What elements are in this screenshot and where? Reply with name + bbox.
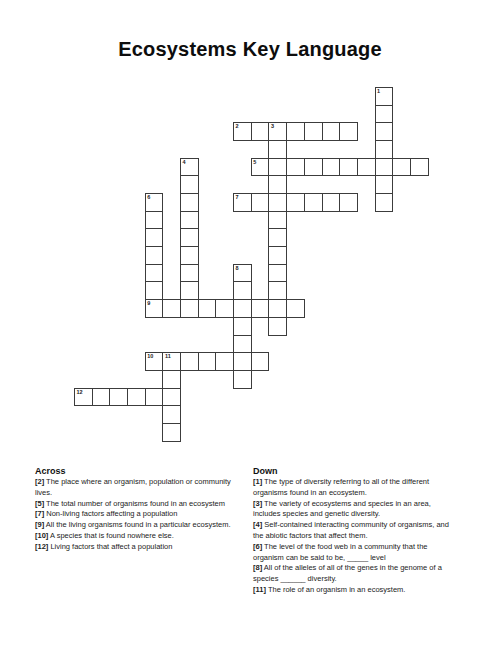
grid-cell-r8c4[interactable]: [145, 228, 164, 247]
clue-number-label: [9]: [35, 520, 44, 529]
grid-cell-r10c6[interactable]: [180, 264, 199, 283]
grid-cell-r7c11[interactable]: [268, 211, 287, 230]
grid-cell-r16c5[interactable]: [162, 370, 181, 389]
clue-across-12: [12] Living factors that affect a popula…: [35, 542, 247, 553]
grid-cell-r6c12[interactable]: [286, 193, 305, 212]
grid-cell-r18c5[interactable]: [162, 405, 181, 424]
grid-cell-r2c15[interactable]: [339, 122, 358, 141]
clue-number: 7: [236, 195, 239, 201]
grid-cell-r0c17[interactable]: 1: [375, 87, 394, 106]
across-clue-list: [2] The place where an organism, populat…: [35, 477, 247, 553]
grid-cell-r8c6[interactable]: [180, 228, 199, 247]
grid-cell-r12c5[interactable]: [162, 299, 181, 318]
grid-cell-r12c4[interactable]: 9: [145, 299, 164, 318]
clue-number: 11: [165, 354, 171, 360]
grid-cell-r11c11[interactable]: [268, 281, 287, 300]
clue-number-label: [8]: [253, 563, 262, 572]
clue-down-8: [8] All of the alleles of all of the gen…: [253, 563, 477, 585]
down-clue-list: [1] The type of diversity referring to a…: [253, 477, 477, 596]
puzzle-title: Ecosystems Key Language: [0, 39, 500, 60]
grid-cell-r15c7[interactable]: [198, 352, 217, 371]
grid-cell-r4c16[interactable]: [357, 158, 376, 177]
grid-cell-r6c15[interactable]: [339, 193, 358, 212]
clue-across-2: [2] The place where an organism, populat…: [35, 477, 247, 499]
clue-number: 3: [271, 124, 274, 130]
grid-cell-r12c8[interactable]: [215, 299, 234, 318]
grid-cell-r2c12[interactable]: [286, 122, 305, 141]
clue-down-3: [3] The variety of ecosystems and specie…: [253, 499, 477, 521]
grid-cell-r1c17[interactable]: [375, 105, 394, 124]
grid-cell-r3c17[interactable]: [375, 140, 394, 159]
clue-number-label: [5]: [35, 499, 44, 508]
grid-cell-r2c13[interactable]: [304, 122, 323, 141]
grid-cell-r5c6[interactable]: [180, 175, 199, 194]
down-clues-section: Down [1] The type of diversity referring…: [253, 465, 477, 596]
grid-cell-r4c11[interactable]: [268, 158, 287, 177]
grid-cell-r2c17[interactable]: [375, 122, 394, 141]
grid-cell-r13c9[interactable]: [233, 317, 252, 336]
grid-cell-r12c7[interactable]: [198, 299, 217, 318]
grid-cell-r12c10[interactable]: [251, 299, 270, 318]
clue-number-label: [1]: [253, 477, 262, 486]
grid-cell-r6c6[interactable]: [180, 193, 199, 212]
clue-number-label: [7]: [35, 509, 44, 518]
clue-number: 12: [77, 390, 83, 396]
grid-cell-r12c12[interactable]: [286, 299, 305, 318]
grid-cell-r7c4[interactable]: [145, 211, 164, 230]
grid-cell-r6c9[interactable]: 7: [233, 193, 252, 212]
grid-cell-r13c11[interactable]: [268, 317, 287, 336]
clue-number-label: [2]: [35, 477, 44, 486]
across-clues-section: Across [2] The place where an organism, …: [35, 465, 247, 553]
grid-cell-r12c11[interactable]: [268, 299, 287, 318]
grid-cell-r6c17[interactable]: [375, 193, 394, 212]
grid-cell-r15c10[interactable]: [251, 352, 270, 371]
clue-number-label: [11]: [253, 585, 266, 594]
grid-cell-r4c10[interactable]: 5: [251, 158, 270, 177]
grid-cell-r4c18[interactable]: [392, 158, 411, 177]
grid-cell-r10c4[interactable]: [145, 264, 164, 283]
clue-down-4: [4] Self-contained interacting community…: [253, 520, 477, 542]
clue-across-9: [9] All the living organisms found in a …: [35, 520, 247, 531]
grid-cell-r11c4[interactable]: [145, 281, 164, 300]
crossword-grid: 123456789101112: [74, 87, 429, 442]
grid-cell-r6c10[interactable]: [251, 193, 270, 212]
clue-number: 9: [147, 301, 150, 307]
clue-down-11: [11] The role of an organism in an ecosy…: [253, 585, 477, 596]
grid-cell-r10c9[interactable]: 8: [233, 264, 252, 283]
grid-cell-r4c12[interactable]: [286, 158, 305, 177]
grid-cell-r15c4[interactable]: 10: [145, 352, 164, 371]
grid-cell-r15c5[interactable]: 11: [162, 352, 181, 371]
grid-cell-r6c13[interactable]: [304, 193, 323, 212]
grid-cell-r12c6[interactable]: [180, 299, 199, 318]
clue-number-label: [3]: [253, 499, 262, 508]
clue-number-label: [10]: [35, 531, 48, 540]
clue-number: 2: [236, 124, 239, 130]
clue-number: 6: [147, 195, 150, 201]
grid-cell-r2c14[interactable]: [322, 122, 341, 141]
clue-number: 8: [236, 266, 239, 272]
grid-cell-r5c11[interactable]: [268, 175, 287, 194]
grid-cell-r12c9[interactable]: [233, 299, 252, 318]
grid-cell-r11c9[interactable]: [233, 281, 252, 300]
grid-cell-r5c17[interactable]: [375, 175, 394, 194]
clue-down-1: [1] The type of diversity referring to a…: [253, 477, 477, 499]
grid-cell-r17c5[interactable]: [162, 388, 181, 407]
grid-cell-r15c9[interactable]: [233, 352, 252, 371]
grid-cell-r6c4[interactable]: 6: [145, 193, 164, 212]
grid-cell-r10c11[interactable]: [268, 264, 287, 283]
grid-cell-r4c19[interactable]: [410, 158, 429, 177]
clue-number: 5: [253, 160, 256, 166]
clue-number-label: [12]: [35, 542, 48, 551]
grid-cell-r9c4[interactable]: [145, 246, 164, 265]
clue-number-label: [4]: [253, 520, 262, 529]
clue-number: 4: [183, 160, 186, 166]
down-header: Down: [253, 465, 477, 477]
grid-cell-r15c8[interactable]: [215, 352, 234, 371]
grid-cell-r2c10[interactable]: [251, 122, 270, 141]
grid-cell-r4c17[interactable]: [375, 158, 394, 177]
grid-cell-r7c6[interactable]: [180, 211, 199, 230]
clue-across-7: [7] Non-living factors affecting a popul…: [35, 509, 247, 520]
grid-cell-r17c1[interactable]: [92, 388, 111, 407]
grid-cell-r17c2[interactable]: [109, 388, 128, 407]
clue-number: 10: [147, 354, 153, 360]
grid-cell-r6c14[interactable]: [322, 193, 341, 212]
grid-cell-r4c6[interactable]: 4: [180, 158, 199, 177]
clue-down-6: [6] The level of the food web in a commu…: [253, 542, 477, 564]
grid-cell-r4c13[interactable]: [304, 158, 323, 177]
grid-cell-r11c6[interactable]: [180, 281, 199, 300]
grid-cell-r19c5[interactable]: [162, 423, 181, 442]
clue-across-10: [10] A species that is found nowhere els…: [35, 531, 247, 542]
grid-cell-r3c11[interactable]: [268, 140, 287, 159]
grid-cell-r6c11[interactable]: [268, 193, 287, 212]
grid-cell-r17c4[interactable]: [145, 388, 164, 407]
grid-cell-r9c11[interactable]: [268, 246, 287, 265]
grid-cell-r16c9[interactable]: [233, 370, 252, 389]
grid-cell-r8c11[interactable]: [268, 228, 287, 247]
grid-cell-r17c0[interactable]: 12: [74, 388, 93, 407]
grid-cell-r2c11[interactable]: 3: [268, 122, 287, 141]
grid-cell-r9c6[interactable]: [180, 246, 199, 265]
across-header: Across: [35, 465, 247, 477]
grid-cell-r17c3[interactable]: [127, 388, 146, 407]
clue-number: 1: [377, 89, 380, 95]
grid-cell-r2c9[interactable]: 2: [233, 122, 252, 141]
worksheet-page: Ecosystems Key Language 123456789101112 …: [0, 0, 500, 647]
grid-cell-r4c15[interactable]: [339, 158, 358, 177]
grid-cell-r15c6[interactable]: [180, 352, 199, 371]
clue-number-label: [6]: [253, 542, 262, 551]
grid-cell-r14c9[interactable]: [233, 335, 252, 354]
clue-across-5: [5] The total number of organisms found …: [35, 499, 247, 510]
grid-cell-r4c14[interactable]: [322, 158, 341, 177]
